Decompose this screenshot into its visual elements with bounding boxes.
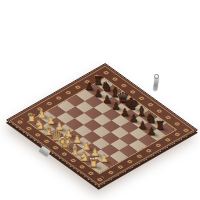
metal-clasp-icon <box>153 77 159 91</box>
chess-board: ♜♞♝♛♚♝♞♜♟♟♟♟♟♟♟♟♟♟♟♟♟♟♟♟♜♞♝♛♚♝♞♜ <box>6 63 198 187</box>
board-grid: ♜♞♝♛♚♝♞♜♟♟♟♟♟♟♟♟♟♟♟♟♟♟♟♟♜♞♝♛♚♝♞♜ <box>29 79 176 174</box>
piece-white-rook: ♜ <box>88 157 99 169</box>
product-photo: ♜♞♝♛♚♝♞♜♟♟♟♟♟♟♟♟♟♟♟♟♟♟♟♟♜♞♝♛♚♝♞♜ <box>0 0 200 200</box>
